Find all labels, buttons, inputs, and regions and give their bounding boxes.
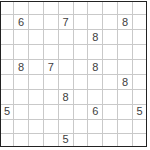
- cell-r8c10[interactable]: 5: [133, 105, 146, 119]
- cell-r2c10[interactable]: [133, 15, 146, 29]
- cell-r10c6[interactable]: [74, 134, 88, 146]
- cell-r7c3[interactable]: [29, 90, 43, 104]
- cell-r10c4[interactable]: [44, 134, 58, 146]
- cell-r7c10[interactable]: [133, 90, 146, 104]
- cell-r5c8[interactable]: [103, 60, 117, 74]
- cell-r2c8[interactable]: [103, 15, 117, 29]
- cell-r6c8[interactable]: [103, 75, 117, 89]
- cell-r9c9[interactable]: [118, 120, 132, 133]
- cell-r1c6[interactable]: [74, 2, 88, 14]
- cell-r8c9[interactable]: [118, 105, 132, 119]
- cell-r9c3[interactable]: [29, 120, 43, 133]
- cell-r2c6[interactable]: [74, 15, 88, 29]
- cell-r7c5[interactable]: 8: [59, 90, 73, 104]
- cell-r6c9[interactable]: 8: [118, 75, 132, 89]
- cell-r2c2[interactable]: 6: [14, 15, 28, 29]
- cell-r10c5[interactable]: 5: [59, 134, 73, 146]
- cell-r10c2[interactable]: [14, 134, 28, 146]
- cell-r3c8[interactable]: [103, 30, 117, 44]
- cell-r4c10[interactable]: [133, 45, 146, 59]
- cell-r4c8[interactable]: [103, 45, 117, 59]
- cell-r5c9[interactable]: [118, 60, 132, 74]
- cell-r4c5[interactable]: [59, 45, 73, 59]
- cell-r7c1[interactable]: [1, 90, 13, 104]
- cell-r10c10[interactable]: [133, 134, 146, 146]
- cell-r1c5[interactable]: [59, 2, 73, 14]
- cell-r9c1[interactable]: [1, 120, 13, 133]
- cell-r3c5[interactable]: [59, 30, 73, 44]
- cell-r10c9[interactable]: [118, 134, 132, 146]
- cell-r5c6[interactable]: [74, 60, 88, 74]
- cell-r5c1[interactable]: [1, 60, 13, 74]
- cell-r7c8[interactable]: [103, 90, 117, 104]
- cell-r1c7[interactable]: [88, 2, 102, 14]
- cell-r3c2[interactable]: [14, 30, 28, 44]
- cell-r2c7[interactable]: [88, 15, 102, 29]
- cell-r5c2[interactable]: 8: [14, 60, 28, 74]
- cell-r4c7[interactable]: [88, 45, 102, 59]
- cell-r3c9[interactable]: [118, 30, 132, 44]
- cell-r1c8[interactable]: [103, 2, 117, 14]
- cell-r8c3[interactable]: [29, 105, 43, 119]
- cell-r2c5[interactable]: 7: [59, 15, 73, 29]
- cell-r9c6[interactable]: [74, 120, 88, 133]
- cell-r9c7[interactable]: [88, 120, 102, 133]
- cell-r8c5[interactable]: [59, 105, 73, 119]
- cell-r1c2[interactable]: [14, 2, 28, 14]
- cell-r1c4[interactable]: [44, 2, 58, 14]
- cell-r5c4[interactable]: 7: [44, 60, 58, 74]
- cell-r5c7[interactable]: 8: [88, 60, 102, 74]
- cell-r3c4[interactable]: [44, 30, 58, 44]
- cell-r3c6[interactable]: [74, 30, 88, 44]
- cell-r3c1[interactable]: [1, 30, 13, 44]
- cell-r10c3[interactable]: [29, 134, 43, 146]
- cell-r10c8[interactable]: [103, 134, 117, 146]
- cell-r9c8[interactable]: [103, 120, 117, 133]
- cell-r8c6[interactable]: [74, 105, 88, 119]
- cell-r6c6[interactable]: [74, 75, 88, 89]
- cell-r7c4[interactable]: [44, 90, 58, 104]
- cell-r7c6[interactable]: [74, 90, 88, 104]
- cell-r6c7[interactable]: [88, 75, 102, 89]
- cell-r1c3[interactable]: [29, 2, 43, 14]
- cell-r9c5[interactable]: [59, 120, 73, 133]
- cell-r9c2[interactable]: [14, 120, 28, 133]
- cell-r8c7[interactable]: 6: [88, 105, 102, 119]
- cell-r8c4[interactable]: [44, 105, 58, 119]
- cell-r1c9[interactable]: [118, 2, 132, 14]
- cell-r2c4[interactable]: [44, 15, 58, 29]
- cell-r4c2[interactable]: [14, 45, 28, 59]
- cell-r5c5[interactable]: [59, 60, 73, 74]
- cell-r6c10[interactable]: [133, 75, 146, 89]
- cell-r4c9[interactable]: [118, 45, 132, 59]
- cell-r3c10[interactable]: [133, 30, 146, 44]
- cell-r7c9[interactable]: [118, 90, 132, 104]
- cell-r2c9[interactable]: 8: [118, 15, 132, 29]
- cell-r6c2[interactable]: [14, 75, 28, 89]
- cell-r8c1[interactable]: 5: [1, 105, 13, 119]
- cell-r9c4[interactable]: [44, 120, 58, 133]
- cell-r3c3[interactable]: [29, 30, 43, 44]
- cell-r7c7[interactable]: [88, 90, 102, 104]
- cell-r6c1[interactable]: [1, 75, 13, 89]
- cell-r4c4[interactable]: [44, 45, 58, 59]
- cell-r8c2[interactable]: [14, 105, 28, 119]
- cell-r7c2[interactable]: [14, 90, 28, 104]
- cell-r4c6[interactable]: [74, 45, 88, 59]
- cell-r5c10[interactable]: [133, 60, 146, 74]
- cell-r10c7[interactable]: [88, 134, 102, 146]
- cell-r8c8[interactable]: [103, 105, 117, 119]
- cell-r2c1[interactable]: [1, 15, 13, 29]
- cell-r1c10[interactable]: [133, 2, 146, 14]
- cell-r9c10[interactable]: [133, 120, 146, 133]
- cell-r6c4[interactable]: [44, 75, 58, 89]
- cell-r3c7[interactable]: 8: [88, 30, 102, 44]
- cell-r2c3[interactable]: [29, 15, 43, 29]
- puzzle-board: 6788878885655: [0, 1, 147, 147]
- cell-r10c1[interactable]: [1, 134, 13, 146]
- cell-r6c5[interactable]: [59, 75, 73, 89]
- cell-r4c1[interactable]: [1, 45, 13, 59]
- cell-r4c3[interactable]: [29, 45, 43, 59]
- cell-r5c3[interactable]: [29, 60, 43, 74]
- cell-r1c1[interactable]: [1, 2, 13, 14]
- cell-r6c3[interactable]: [29, 75, 43, 89]
